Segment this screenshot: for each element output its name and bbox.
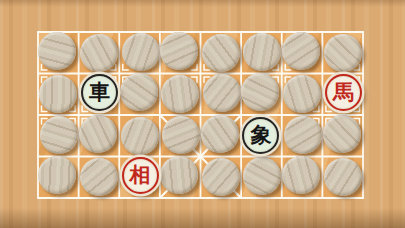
hidden-piece[interactable] <box>243 33 281 71</box>
hidden-piece[interactable] <box>324 158 362 196</box>
hidden-piece[interactable] <box>79 115 117 153</box>
hidden-piece[interactable] <box>282 32 320 70</box>
hidden-piece[interactable] <box>201 115 239 153</box>
hidden-piece[interactable] <box>160 32 198 70</box>
piece-glyph: 相 <box>130 165 151 186</box>
hidden-piece[interactable] <box>80 34 118 72</box>
hidden-piece[interactable] <box>323 115 361 153</box>
banqi-app-screen: 車馬象相 <box>0 0 405 228</box>
hidden-piece[interactable] <box>203 74 241 112</box>
piece-glyph: 象 <box>250 124 271 145</box>
hidden-piece[interactable] <box>120 73 158 111</box>
hidden-piece[interactable] <box>324 34 362 72</box>
hidden-piece[interactable] <box>202 34 240 72</box>
hidden-piece[interactable] <box>80 158 118 196</box>
hidden-piece[interactable] <box>162 116 200 154</box>
piece-glyph: 馬 <box>333 82 354 103</box>
hidden-piece[interactable] <box>40 116 78 154</box>
hidden-piece[interactable] <box>284 116 322 154</box>
hidden-piece[interactable] <box>202 158 240 196</box>
hidden-piece[interactable] <box>38 32 76 70</box>
hidden-piece[interactable] <box>122 33 160 71</box>
revealed-piece-red-horse[interactable]: 馬 <box>325 74 362 111</box>
revealed-piece-red-minister[interactable]: 相 <box>122 157 159 194</box>
hidden-piece[interactable] <box>121 117 159 155</box>
revealed-piece-black-elephant[interactable]: 象 <box>242 117 279 154</box>
revealed-piece-black-chariot[interactable]: 車 <box>81 74 118 111</box>
piece-glyph: 車 <box>89 82 110 103</box>
